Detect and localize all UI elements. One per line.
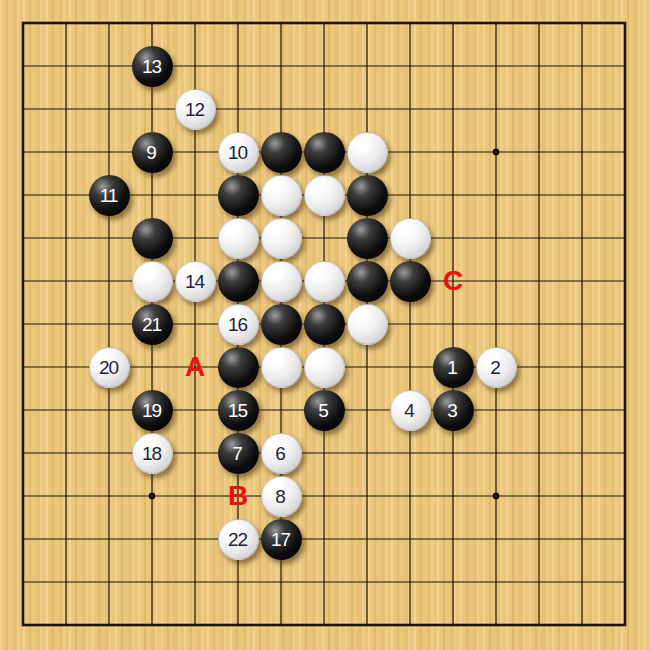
cell-3-10: 18	[131, 432, 174, 475]
stone-black[interactable]	[347, 261, 388, 302]
marker-cell-A: A	[174, 346, 217, 389]
stone-white-move-14[interactable]: 14	[175, 261, 216, 302]
stone-black[interactable]	[218, 175, 259, 216]
move-number-label: 8	[275, 487, 286, 506]
stone-black-move-15[interactable]: 15	[218, 390, 259, 431]
cell-8-6	[346, 260, 389, 303]
stone-white-move-12[interactable]: 12	[175, 89, 216, 130]
stone-white[interactable]	[304, 347, 345, 388]
cell-7-8	[303, 346, 346, 389]
cell-7-3	[303, 131, 346, 174]
stone-white[interactable]	[304, 175, 345, 216]
marker-cell-C: C	[432, 260, 475, 303]
cell-8-4	[346, 174, 389, 217]
stone-white-move-22[interactable]: 22	[218, 519, 259, 560]
cell-5-5	[217, 217, 260, 260]
stone-black[interactable]	[347, 175, 388, 216]
stone-white-move-16[interactable]: 16	[218, 304, 259, 345]
stone-black[interactable]	[218, 261, 259, 302]
cell-6-12: 17	[260, 518, 303, 561]
move-number-label: 5	[318, 401, 329, 420]
stone-white[interactable]	[261, 218, 302, 259]
move-number-label: 12	[185, 100, 204, 119]
move-number-label: 17	[271, 530, 290, 549]
cell-5-10: 7	[217, 432, 260, 475]
move-number-label: 18	[142, 444, 161, 463]
stone-black[interactable]	[304, 304, 345, 345]
move-number-label: 20	[99, 358, 118, 377]
stone-white-move-6[interactable]: 6	[261, 433, 302, 474]
stone-black-move-19[interactable]: 19	[132, 390, 173, 431]
stone-white[interactable]	[304, 261, 345, 302]
stone-black-move-3[interactable]: 3	[433, 390, 474, 431]
move-number-label: 16	[228, 315, 247, 334]
cell-3-5	[131, 217, 174, 260]
stone-white[interactable]	[132, 261, 173, 302]
move-number-label: 7	[232, 444, 243, 463]
cell-5-9: 15	[217, 389, 260, 432]
marker-cell-B: B	[217, 475, 260, 518]
move-number-label: 10	[228, 143, 247, 162]
cell-3-6	[131, 260, 174, 303]
stone-white[interactable]	[347, 132, 388, 173]
move-number-label: 22	[228, 530, 247, 549]
stone-white-move-4[interactable]: 4	[390, 390, 431, 431]
cell-7-4	[303, 174, 346, 217]
cell-8-7	[346, 303, 389, 346]
cell-5-7: 16	[217, 303, 260, 346]
cell-10-8: 1	[432, 346, 475, 389]
stone-white[interactable]	[261, 175, 302, 216]
stone-black-move-5[interactable]: 5	[304, 390, 345, 431]
cell-6-3	[260, 131, 303, 174]
cell-2-4: 11	[88, 174, 131, 217]
stone-black-move-11[interactable]: 11	[89, 175, 130, 216]
cell-9-6	[389, 260, 432, 303]
stone-white[interactable]	[218, 218, 259, 259]
cell-9-5	[389, 217, 432, 260]
marker-letter-C: C	[443, 267, 463, 295]
cell-3-7: 21	[131, 303, 174, 346]
move-number-label: 11	[100, 186, 118, 205]
cell-3-9: 19	[131, 389, 174, 432]
cell-6-6	[260, 260, 303, 303]
stone-black[interactable]	[132, 218, 173, 259]
cell-4-2: 12	[174, 88, 217, 131]
stone-white[interactable]	[347, 304, 388, 345]
stone-black-move-9[interactable]: 9	[132, 132, 173, 173]
stone-black-move-21[interactable]: 21	[132, 304, 173, 345]
cell-6-4	[260, 174, 303, 217]
cell-7-7	[303, 303, 346, 346]
stone-black[interactable]	[304, 132, 345, 173]
move-number-label: 21	[142, 315, 161, 334]
stone-black[interactable]	[218, 347, 259, 388]
stone-white-move-2[interactable]: 2	[476, 347, 517, 388]
cell-6-10: 6	[260, 432, 303, 475]
move-number-label: 19	[142, 401, 161, 420]
cell-6-7	[260, 303, 303, 346]
cell-8-3	[346, 131, 389, 174]
move-number-label: 6	[275, 444, 286, 463]
cell-10-9: 3	[432, 389, 475, 432]
stone-white-move-18[interactable]: 18	[132, 433, 173, 474]
marker-letter-A: A	[185, 353, 205, 381]
cell-7-9: 5	[303, 389, 346, 432]
cell-5-8	[217, 346, 260, 389]
go-board[interactable]: 13129101114211620121915543187682217ABC	[0, 0, 650, 650]
cell-8-5	[346, 217, 389, 260]
move-number-label: 4	[404, 401, 415, 420]
cell-2-8: 20	[88, 346, 131, 389]
move-number-label: 14	[185, 272, 204, 291]
stone-layer: 13129101114211620121915543187682217ABC	[2, 2, 647, 647]
cell-9-9: 4	[389, 389, 432, 432]
stone-black-move-17[interactable]: 17	[261, 519, 302, 560]
cell-11-8: 2	[475, 346, 518, 389]
stone-white[interactable]	[261, 347, 302, 388]
move-number-label: 15	[228, 401, 247, 420]
cell-5-4	[217, 174, 260, 217]
marker-letter-B: B	[228, 482, 248, 510]
stone-black[interactable]	[261, 132, 302, 173]
stone-white[interactable]	[261, 261, 302, 302]
cell-5-12: 22	[217, 518, 260, 561]
stone-black-move-1[interactable]: 1	[433, 347, 474, 388]
cell-4-6: 14	[174, 260, 217, 303]
stone-white-move-10[interactable]: 10	[218, 132, 259, 173]
cell-6-5	[260, 217, 303, 260]
stone-black[interactable]	[261, 304, 302, 345]
cell-6-8	[260, 346, 303, 389]
stone-black[interactable]	[390, 261, 431, 302]
move-number-label: 13	[142, 57, 161, 76]
cell-5-6	[217, 260, 260, 303]
move-number-label: 9	[146, 143, 157, 162]
stone-black-move-7[interactable]: 7	[218, 433, 259, 474]
move-number-label: 2	[490, 358, 501, 377]
stone-black[interactable]	[347, 218, 388, 259]
cell-3-1: 13	[131, 45, 174, 88]
cell-5-3: 10	[217, 131, 260, 174]
stone-white[interactable]	[390, 218, 431, 259]
move-number-label: 1	[447, 358, 458, 377]
cell-6-11: 8	[260, 475, 303, 518]
move-number-label: 3	[447, 401, 458, 420]
stone-white-move-20[interactable]: 20	[89, 347, 130, 388]
cell-3-3: 9	[131, 131, 174, 174]
stone-black-move-13[interactable]: 13	[132, 46, 173, 87]
stone-white-move-8[interactable]: 8	[261, 476, 302, 517]
cell-7-6	[303, 260, 346, 303]
